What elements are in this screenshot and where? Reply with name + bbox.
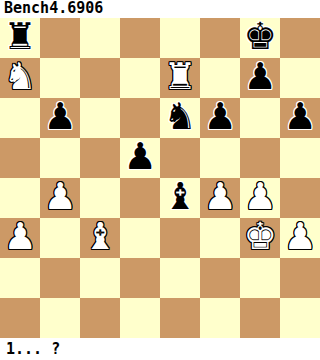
square-c3[interactable]: ♝ bbox=[80, 218, 120, 258]
square-d4[interactable] bbox=[120, 178, 160, 218]
piece-black-pawn[interactable]: ♟ bbox=[203, 97, 236, 137]
square-f4[interactable]: ♟ bbox=[200, 178, 240, 218]
square-g2[interactable] bbox=[240, 258, 280, 298]
square-h3[interactable]: ♟ bbox=[280, 218, 320, 258]
square-h2[interactable] bbox=[280, 258, 320, 298]
square-h4[interactable] bbox=[280, 178, 320, 218]
square-e5[interactable] bbox=[160, 138, 200, 178]
square-g4[interactable]: ♟ bbox=[240, 178, 280, 218]
square-d3[interactable] bbox=[120, 218, 160, 258]
square-f5[interactable] bbox=[200, 138, 240, 178]
square-e6[interactable]: ♞ bbox=[160, 98, 200, 138]
square-c2[interactable] bbox=[80, 258, 120, 298]
square-g7[interactable]: ♟ bbox=[240, 58, 280, 98]
square-c7[interactable] bbox=[80, 58, 120, 98]
square-a4[interactable] bbox=[0, 178, 40, 218]
square-a2[interactable] bbox=[0, 258, 40, 298]
square-h1[interactable] bbox=[280, 298, 320, 338]
piece-black-rook[interactable]: ♜ bbox=[3, 17, 36, 57]
square-e8[interactable] bbox=[160, 18, 200, 58]
square-h7[interactable] bbox=[280, 58, 320, 98]
square-f6[interactable]: ♟ bbox=[200, 98, 240, 138]
chess-board: ♜♚♞♜♟♟♞♟♟♟♟♝♟♟♟♝♚♟ bbox=[0, 18, 320, 338]
square-d2[interactable] bbox=[120, 258, 160, 298]
piece-white-king[interactable]: ♚ bbox=[243, 217, 276, 257]
square-e7[interactable]: ♜ bbox=[160, 58, 200, 98]
square-b5[interactable] bbox=[40, 138, 80, 178]
piece-white-pawn[interactable]: ♟ bbox=[243, 177, 276, 217]
square-e2[interactable] bbox=[160, 258, 200, 298]
chess-app-window: Bench4.6906 ♜♚♞♜♟♟♞♟♟♟♟♝♟♟♟♝♚♟ 1... ? bbox=[0, 0, 320, 360]
square-d5[interactable]: ♟ bbox=[120, 138, 160, 178]
piece-black-pawn[interactable]: ♟ bbox=[243, 57, 276, 97]
square-a5[interactable] bbox=[0, 138, 40, 178]
square-e4[interactable]: ♝ bbox=[160, 178, 200, 218]
square-b8[interactable] bbox=[40, 18, 80, 58]
square-a7[interactable]: ♞ bbox=[0, 58, 40, 98]
square-b1[interactable] bbox=[40, 298, 80, 338]
piece-black-king[interactable]: ♚ bbox=[243, 17, 276, 57]
square-a3[interactable]: ♟ bbox=[0, 218, 40, 258]
square-b6[interactable]: ♟ bbox=[40, 98, 80, 138]
piece-white-bishop[interactable]: ♝ bbox=[83, 217, 116, 257]
square-g6[interactable] bbox=[240, 98, 280, 138]
square-e1[interactable] bbox=[160, 298, 200, 338]
square-d1[interactable] bbox=[120, 298, 160, 338]
piece-white-knight[interactable]: ♞ bbox=[3, 57, 36, 97]
square-d8[interactable] bbox=[120, 18, 160, 58]
square-f3[interactable] bbox=[200, 218, 240, 258]
square-b3[interactable] bbox=[40, 218, 80, 258]
square-c4[interactable] bbox=[80, 178, 120, 218]
square-c5[interactable] bbox=[80, 138, 120, 178]
square-f7[interactable] bbox=[200, 58, 240, 98]
square-g8[interactable]: ♚ bbox=[240, 18, 280, 58]
square-h5[interactable] bbox=[280, 138, 320, 178]
square-a8[interactable]: ♜ bbox=[0, 18, 40, 58]
square-c8[interactable] bbox=[80, 18, 120, 58]
square-f2[interactable] bbox=[200, 258, 240, 298]
square-d7[interactable] bbox=[120, 58, 160, 98]
piece-white-pawn[interactable]: ♟ bbox=[43, 177, 76, 217]
square-h6[interactable]: ♟ bbox=[280, 98, 320, 138]
square-f1[interactable] bbox=[200, 298, 240, 338]
piece-white-pawn[interactable]: ♟ bbox=[283, 217, 316, 257]
piece-white-rook[interactable]: ♜ bbox=[163, 57, 196, 97]
piece-black-knight[interactable]: ♞ bbox=[163, 97, 196, 137]
move-prompt: 1... ? bbox=[0, 338, 320, 360]
square-f8[interactable] bbox=[200, 18, 240, 58]
square-b4[interactable]: ♟ bbox=[40, 178, 80, 218]
piece-black-bishop[interactable]: ♝ bbox=[163, 177, 196, 217]
piece-black-pawn[interactable]: ♟ bbox=[283, 97, 316, 137]
square-c6[interactable] bbox=[80, 98, 120, 138]
square-b2[interactable] bbox=[40, 258, 80, 298]
square-a6[interactable] bbox=[0, 98, 40, 138]
square-g5[interactable] bbox=[240, 138, 280, 178]
piece-white-pawn[interactable]: ♟ bbox=[203, 177, 236, 217]
square-c1[interactable] bbox=[80, 298, 120, 338]
square-a1[interactable] bbox=[0, 298, 40, 338]
piece-black-pawn[interactable]: ♟ bbox=[123, 137, 156, 177]
square-g3[interactable]: ♚ bbox=[240, 218, 280, 258]
square-e3[interactable] bbox=[160, 218, 200, 258]
square-d6[interactable] bbox=[120, 98, 160, 138]
square-b7[interactable] bbox=[40, 58, 80, 98]
square-h8[interactable] bbox=[280, 18, 320, 58]
piece-white-pawn[interactable]: ♟ bbox=[3, 217, 36, 257]
piece-black-pawn[interactable]: ♟ bbox=[43, 97, 76, 137]
square-g1[interactable] bbox=[240, 298, 280, 338]
